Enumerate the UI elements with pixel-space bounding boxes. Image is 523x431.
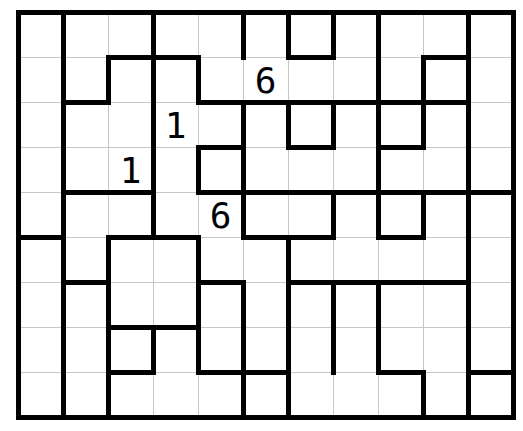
cell-r2c8[interactable] <box>333 57 378 102</box>
cell-r2c9[interactable] <box>378 57 423 102</box>
cell-r4c2[interactable] <box>63 147 108 192</box>
cell-r2c6[interactable]: 6 <box>243 57 288 102</box>
cell-r3c2[interactable] <box>63 102 108 147</box>
region-wall-v7-row1 <box>331 10 336 60</box>
cell-r1c3[interactable] <box>108 12 153 57</box>
region-wall-h6-col8 <box>331 280 381 285</box>
region-wall-v6-row3 <box>286 100 291 150</box>
region-wall-v8-row2 <box>376 55 381 105</box>
cell-r5c6[interactable] <box>243 192 288 237</box>
region-wall-v9-row5 <box>421 190 426 240</box>
region-wall-v6-row1 <box>286 10 291 60</box>
cell-r8c9[interactable] <box>378 327 423 372</box>
cell-r4c1[interactable] <box>18 147 63 192</box>
cell-r4c5[interactable] <box>198 147 243 192</box>
cell-r9c3[interactable] <box>108 372 153 417</box>
cell-r3c10[interactable] <box>423 102 468 147</box>
cell-r3c6[interactable] <box>243 102 288 147</box>
region-wall-v3-row5 <box>151 190 156 240</box>
cell-r4c6[interactable] <box>243 147 288 192</box>
cell-r5c5[interactable]: 6 <box>198 192 243 237</box>
cell-r9c9[interactable] <box>378 372 423 417</box>
cell-r5c8[interactable] <box>333 192 378 237</box>
region-wall-v6-row9 <box>286 370 291 420</box>
cell-r9c2[interactable] <box>63 372 108 417</box>
cell-r5c4[interactable] <box>153 192 198 237</box>
region-wall-h8-col9 <box>376 370 426 375</box>
region-wall-h4-col10 <box>421 190 471 195</box>
region-wall-v1-row3 <box>61 100 66 150</box>
region-wall-v8-row7 <box>376 280 381 330</box>
cell-r2c3[interactable] <box>108 57 153 102</box>
cell-r2c2[interactable] <box>63 57 108 102</box>
region-wall-v5-row5 <box>241 190 246 240</box>
region-wall-h5-col3 <box>106 235 156 240</box>
region-wall-v9-row3 <box>421 100 426 150</box>
cell-r9c6[interactable] <box>243 372 288 417</box>
cell-r9c7[interactable] <box>288 372 333 417</box>
puzzle-page: 6116 <box>0 0 523 431</box>
cell-r1c7[interactable] <box>288 12 333 57</box>
cell-r7c9[interactable] <box>378 282 423 327</box>
region-wall-v1-row9 <box>61 370 66 420</box>
region-wall-v5-row7 <box>241 280 246 330</box>
region-wall-h1-col10 <box>421 55 471 60</box>
region-wall-h5-col6 <box>241 235 291 240</box>
cell-r9c10[interactable] <box>423 372 468 417</box>
region-wall-v6-row7 <box>286 280 291 330</box>
region-wall-v8-row4 <box>376 145 381 195</box>
cell-r1c11[interactable] <box>468 12 513 57</box>
region-wall-v7-row8 <box>331 325 336 375</box>
cell-r3c4[interactable]: 1 <box>153 102 198 147</box>
region-wall-h4-col9 <box>376 190 426 195</box>
region-wall-h7-col3 <box>106 325 156 330</box>
cell-r6c4[interactable] <box>153 237 198 282</box>
cell-r6c3[interactable] <box>108 237 153 282</box>
region-wall-h4-col2 <box>61 190 111 195</box>
cell-r5c11[interactable] <box>468 192 513 237</box>
cell-r6c6[interactable] <box>243 237 288 282</box>
cell-r8c3[interactable] <box>108 327 153 372</box>
cell-r5c2[interactable] <box>63 192 108 237</box>
cell-r8c10[interactable] <box>423 327 468 372</box>
cell-r4c11[interactable] <box>468 147 513 192</box>
region-wall-v8-row1 <box>376 10 381 60</box>
cell-r4c3[interactable]: 1 <box>108 147 153 192</box>
region-wall-h5-col9 <box>376 235 426 240</box>
region-wall-v1-row2 <box>61 55 66 105</box>
region-wall-h1-col4 <box>151 55 201 60</box>
cell-r7c8[interactable] <box>333 282 378 327</box>
cell-r6c10[interactable] <box>423 237 468 282</box>
region-wall-h2-col10 <box>421 100 471 105</box>
cell-r3c9[interactable] <box>378 102 423 147</box>
cell-r6c2[interactable] <box>63 237 108 282</box>
cell-r4c4[interactable] <box>153 147 198 192</box>
cell-r7c5[interactable] <box>198 282 243 327</box>
cell-r2c5[interactable] <box>198 57 243 102</box>
region-wall-v2-row9 <box>106 370 111 420</box>
region-wall-v10-row9 <box>466 370 471 420</box>
cell-r1c8[interactable] <box>333 12 378 57</box>
region-wall-v5-row1 <box>241 10 246 60</box>
region-wall-v3-row2 <box>151 55 156 105</box>
region-wall-h6-col5 <box>196 280 246 285</box>
cell-r7c6[interactable] <box>243 282 288 327</box>
region-wall-v10-row5 <box>466 190 471 240</box>
cell-r8c4[interactable] <box>153 327 198 372</box>
region-wall-h6-col7 <box>286 280 336 285</box>
cell-r1c1[interactable] <box>18 12 63 57</box>
region-wall-h2-col2 <box>61 100 111 105</box>
region-wall-v4-row7 <box>196 280 201 330</box>
region-wall-v5-row8 <box>241 325 246 375</box>
cell-r8c8[interactable] <box>333 327 378 372</box>
region-wall-v10-row8 <box>466 325 471 375</box>
thin-gridline-h7 <box>18 327 513 328</box>
region-wall-v10-row3 <box>466 100 471 150</box>
cell-r6c8[interactable] <box>333 237 378 282</box>
region-wall-h4-col3 <box>106 190 156 195</box>
cell-r5c3[interactable] <box>108 192 153 237</box>
cell-r7c3[interactable] <box>108 282 153 327</box>
cell-r2c1[interactable] <box>18 57 63 102</box>
region-wall-v1-row7 <box>61 280 66 330</box>
region-wall-v3-row1 <box>151 10 156 60</box>
region-wall-v1-row6 <box>61 235 66 285</box>
region-wall-h2-col5 <box>196 100 246 105</box>
cell-r1c4[interactable] <box>153 12 198 57</box>
cell-r3c1[interactable] <box>18 102 63 147</box>
cell-r5c7[interactable] <box>288 192 333 237</box>
region-wall-h6-col2 <box>61 280 111 285</box>
thin-gridline-h3 <box>18 147 513 148</box>
region-wall-h6-col10 <box>421 280 471 285</box>
region-wall-h4-col8 <box>331 190 381 195</box>
cell-r7c11[interactable] <box>468 282 513 327</box>
region-wall-h4-col5 <box>196 190 246 195</box>
region-wall-v8-row5 <box>376 190 381 240</box>
region-wall-h3-col9 <box>376 145 426 150</box>
region-wall-v3-row4 <box>151 145 156 195</box>
cell-r4c8[interactable] <box>333 147 378 192</box>
region-wall-h8-col3 <box>106 370 156 375</box>
region-wall-h3-col7 <box>286 145 336 150</box>
region-wall-v4-row6 <box>196 235 201 285</box>
cell-r4c7[interactable] <box>288 147 333 192</box>
cell-r9c4[interactable] <box>153 372 198 417</box>
region-wall-h6-col9 <box>376 280 426 285</box>
region-wall-h2-col6 <box>241 100 291 105</box>
cell-r8c11[interactable] <box>468 327 513 372</box>
region-wall-h4-col7 <box>286 190 336 195</box>
cell-r5c10[interactable] <box>423 192 468 237</box>
region-wall-h5-col7 <box>286 235 336 240</box>
region-wall-h2-col8 <box>331 100 381 105</box>
region-wall-v5-row3 <box>241 100 246 150</box>
cell-r9c8[interactable] <box>333 372 378 417</box>
region-wall-v1-row8 <box>61 325 66 375</box>
cell-r8c5[interactable] <box>198 327 243 372</box>
region-wall-v2-row8 <box>106 325 111 375</box>
region-wall-v10-row7 <box>466 280 471 330</box>
region-wall-v8-row8 <box>376 325 381 375</box>
cell-r7c4[interactable] <box>153 282 198 327</box>
region-wall-v9-row2 <box>421 55 426 105</box>
cell-r8c7[interactable] <box>288 327 333 372</box>
cell-r8c1[interactable] <box>18 327 63 372</box>
region-wall-v8-row3 <box>376 100 381 150</box>
region-wall-h4-col11 <box>466 190 516 195</box>
region-wall-h1-col7 <box>286 55 336 60</box>
region-wall-v10-row4 <box>466 145 471 195</box>
cell-r7c2[interactable] <box>63 282 108 327</box>
region-wall-h8-col5 <box>196 370 246 375</box>
region-wall-v5-row4 <box>241 145 246 195</box>
region-wall-v10-row6 <box>466 235 471 285</box>
region-wall-v4-row4 <box>196 145 201 195</box>
region-wall-h5-col1 <box>16 235 66 240</box>
region-wall-v1-row4 <box>61 145 66 195</box>
cell-r5c9[interactable] <box>378 192 423 237</box>
cell-r1c2[interactable] <box>63 12 108 57</box>
cell-r4c9[interactable] <box>378 147 423 192</box>
region-wall-v4-row2 <box>196 55 201 105</box>
cell-r2c4[interactable] <box>153 57 198 102</box>
cell-r1c5[interactable] <box>198 12 243 57</box>
cell-r6c7[interactable] <box>288 237 333 282</box>
cell-r4c10[interactable] <box>423 147 468 192</box>
cell-r7c1[interactable] <box>18 282 63 327</box>
cell-r6c9[interactable] <box>378 237 423 282</box>
region-wall-v2-row6 <box>106 235 111 285</box>
region-wall-h8-col11 <box>466 370 516 375</box>
cell-r3c7[interactable] <box>288 102 333 147</box>
region-wall-v4-row8 <box>196 325 201 375</box>
region-wall-v2-row7 <box>106 280 111 330</box>
cell-r1c9[interactable] <box>378 12 423 57</box>
cell-r6c11[interactable] <box>468 237 513 282</box>
region-wall-v10-row1 <box>466 10 471 60</box>
cell-r6c1[interactable] <box>18 237 63 282</box>
cell-r9c11[interactable] <box>468 372 513 417</box>
region-wall-h2-col9 <box>376 100 426 105</box>
region-wall-v3-row3 <box>151 100 156 150</box>
cell-r8c2[interactable] <box>63 327 108 372</box>
region-wall-h8-col6 <box>241 370 291 375</box>
region-wall-v6-row6 <box>286 235 291 285</box>
region-wall-v7-row3 <box>331 100 336 150</box>
region-wall-v5-row9 <box>241 370 246 420</box>
cell-r8c6[interactable] <box>243 327 288 372</box>
puzzle-board: 6116 <box>18 12 513 417</box>
cell-r2c10[interactable] <box>423 57 468 102</box>
cell-r7c10[interactable] <box>423 282 468 327</box>
region-wall-h4-col6 <box>241 190 291 195</box>
region-wall-v1-row1 <box>61 10 66 60</box>
clue-digit-r2c6: 6 <box>255 63 277 99</box>
region-wall-v10-row2 <box>466 55 471 105</box>
cell-r3c3[interactable] <box>108 102 153 147</box>
cell-r1c10[interactable] <box>423 12 468 57</box>
cell-r5c1[interactable] <box>18 192 63 237</box>
region-wall-v7-row5 <box>331 190 336 240</box>
cell-r3c11[interactable] <box>468 102 513 147</box>
region-wall-v1-row5 <box>61 190 66 240</box>
region-wall-v9-row9 <box>421 370 426 420</box>
cell-r7c7[interactable] <box>288 282 333 327</box>
region-wall-h5-col4 <box>151 235 201 240</box>
cell-r3c8[interactable] <box>333 102 378 147</box>
cell-r9c1[interactable] <box>18 372 63 417</box>
region-wall-h2-col7 <box>286 100 336 105</box>
cell-r2c7[interactable] <box>288 57 333 102</box>
region-wall-v7-row7 <box>331 280 336 330</box>
clue-digit-r3c4: 1 <box>165 108 187 144</box>
region-wall-h1-col3 <box>106 55 156 60</box>
region-wall-v6-row8 <box>286 325 291 375</box>
region-wall-v3-row8 <box>151 325 156 375</box>
cell-r6c5[interactable] <box>198 237 243 282</box>
clue-digit-r4c3: 1 <box>120 153 142 189</box>
cell-r1c6[interactable] <box>243 12 288 57</box>
region-wall-h7-col4 <box>151 325 201 330</box>
region-wall-v2-row2 <box>106 55 111 105</box>
cell-r9c5[interactable] <box>198 372 243 417</box>
clue-digit-r5c5: 6 <box>210 198 232 234</box>
cell-r3c5[interactable] <box>198 102 243 147</box>
region-wall-h3-col5 <box>196 145 246 150</box>
cell-r2c11[interactable] <box>468 57 513 102</box>
